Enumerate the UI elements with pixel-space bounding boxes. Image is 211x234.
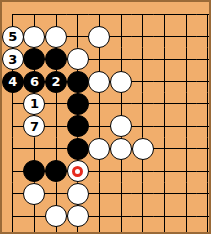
board-cell <box>175 160 197 182</box>
board-cell <box>197 70 211 92</box>
stone-white <box>110 138 132 160</box>
board-cell: 4 <box>2 70 24 92</box>
board-cell <box>2 160 24 182</box>
board-cell <box>110 160 132 182</box>
board-cell <box>154 48 176 70</box>
stone-white <box>45 26 67 48</box>
stone-white <box>88 71 110 93</box>
board-cell <box>197 115 211 137</box>
board-cell <box>197 160 211 182</box>
board-cell <box>175 25 197 47</box>
board-cell <box>67 183 89 205</box>
stone-black <box>67 115 89 137</box>
stone-black <box>67 71 89 93</box>
board-cell <box>132 48 154 70</box>
stone-black <box>45 48 67 70</box>
board-cell <box>89 115 111 137</box>
stone-black-4: 4 <box>2 71 24 93</box>
board-cell <box>24 25 46 47</box>
board-cell <box>132 160 154 182</box>
board-cell: 6 <box>24 70 46 92</box>
board-cell <box>110 138 132 160</box>
board-cell <box>67 70 89 92</box>
stone-white <box>23 26 45 48</box>
board-cell <box>110 183 132 205</box>
board-cell <box>2 138 24 160</box>
stone-white <box>88 138 110 160</box>
board-cell <box>175 138 197 160</box>
stone-white <box>67 183 89 205</box>
board-cell <box>110 205 132 227</box>
stone-white <box>88 26 110 48</box>
board-cell: 3 <box>2 48 24 70</box>
board-edge-cell <box>24 227 46 234</box>
board-cell <box>110 70 132 92</box>
board-cell <box>45 3 67 25</box>
circle-mark-icon <box>72 166 83 177</box>
board-cell <box>67 25 89 47</box>
board-cell <box>2 115 24 137</box>
board-cell <box>24 138 46 160</box>
board-cell <box>2 3 24 25</box>
board-edge-cell <box>197 227 211 234</box>
board-cell <box>132 183 154 205</box>
board-cell <box>45 138 67 160</box>
board-edge-cell <box>132 227 154 234</box>
stone-white-7: 7 <box>23 115 45 137</box>
board-cell <box>89 138 111 160</box>
board-cell <box>24 183 46 205</box>
stone-white-marked <box>67 160 89 182</box>
stone-white <box>132 138 154 160</box>
board-cell <box>175 70 197 92</box>
board-cell <box>2 205 24 227</box>
board-cell <box>175 183 197 205</box>
board-cell <box>67 205 89 227</box>
board-cell <box>45 48 67 70</box>
stone-white-5: 5 <box>2 26 24 48</box>
board-edge-cell <box>175 227 197 234</box>
board-cell <box>197 48 211 70</box>
board-cell <box>132 3 154 25</box>
board-edge-cell <box>154 227 176 234</box>
board-cell <box>110 93 132 115</box>
board-cell <box>67 93 89 115</box>
board-cell <box>197 25 211 47</box>
board-cell <box>197 3 211 25</box>
board-cell <box>175 3 197 25</box>
board-cell <box>154 138 176 160</box>
board-cell <box>132 205 154 227</box>
board-cell <box>89 183 111 205</box>
board-cell <box>132 25 154 47</box>
board-cell <box>24 205 46 227</box>
board-cell: 5 <box>2 25 24 47</box>
board-cell <box>197 183 211 205</box>
board-cell <box>154 205 176 227</box>
board-cell <box>132 93 154 115</box>
board-cell <box>154 25 176 47</box>
board-cell <box>154 183 176 205</box>
board-cell <box>67 3 89 25</box>
board-cell <box>197 205 211 227</box>
stone-black <box>67 93 89 115</box>
stone-black <box>67 138 89 160</box>
stone-black-2: 2 <box>45 71 67 93</box>
board-cell: 2 <box>45 70 67 92</box>
board-cell <box>45 205 67 227</box>
stone-white <box>67 48 89 70</box>
board-cell <box>89 25 111 47</box>
board-cell <box>45 160 67 182</box>
move-number: 7 <box>30 120 39 133</box>
board-cell <box>24 3 46 25</box>
stone-white <box>23 183 45 205</box>
board-cell <box>197 138 211 160</box>
board-cell <box>110 3 132 25</box>
board-cell <box>175 93 197 115</box>
board-cell <box>175 115 197 137</box>
board-cell <box>24 160 46 182</box>
board-edge-cell <box>67 227 89 234</box>
board-cell <box>89 48 111 70</box>
board-cell: 1 <box>24 93 46 115</box>
board-cell <box>2 93 24 115</box>
board-cell <box>154 93 176 115</box>
board-edge-cell <box>45 227 67 234</box>
move-number: 1 <box>30 97 39 110</box>
move-number: 3 <box>8 53 17 66</box>
board-cell <box>175 48 197 70</box>
board-cell: 7 <box>24 115 46 137</box>
board-cell <box>67 138 89 160</box>
board-cell <box>89 70 111 92</box>
board-cell <box>89 205 111 227</box>
move-number: 6 <box>30 75 39 88</box>
board-cell <box>132 115 154 137</box>
board-cell <box>175 205 197 227</box>
board-edge-cell <box>110 227 132 234</box>
go-diagram: 5346217 <box>0 0 211 234</box>
stone-black <box>23 48 45 70</box>
board-cell <box>45 25 67 47</box>
board-cell <box>132 70 154 92</box>
stone-white-1: 1 <box>23 93 45 115</box>
stone-black-6: 6 <box>23 71 45 93</box>
board-cell <box>110 48 132 70</box>
board-cell <box>89 93 111 115</box>
board-cell <box>67 115 89 137</box>
board-cell <box>2 183 24 205</box>
stone-white <box>67 205 89 227</box>
stone-white <box>110 115 132 137</box>
stone-white-3: 3 <box>2 48 24 70</box>
board-cell <box>89 160 111 182</box>
board-cell <box>154 115 176 137</box>
stone-black <box>45 160 67 182</box>
board-cell <box>45 93 67 115</box>
board-edge-cell <box>2 227 24 234</box>
board-cell <box>67 48 89 70</box>
board-edge-cell <box>89 227 111 234</box>
board-cell <box>45 115 67 137</box>
board-cell <box>132 138 154 160</box>
board-cell <box>154 3 176 25</box>
move-number: 2 <box>52 75 61 88</box>
move-number: 4 <box>8 75 17 88</box>
board-cell <box>154 160 176 182</box>
board-cell <box>197 93 211 115</box>
stone-white <box>45 205 67 227</box>
move-number: 5 <box>8 30 17 43</box>
go-board-grid: 5346217 <box>2 3 211 234</box>
stone-black <box>23 160 45 182</box>
board-cell <box>89 3 111 25</box>
board-cell <box>154 70 176 92</box>
board-cell <box>45 183 67 205</box>
stone-white <box>110 71 132 93</box>
board-cell <box>67 160 89 182</box>
board-cell <box>24 48 46 70</box>
board-cell <box>110 115 132 137</box>
board-cell <box>110 25 132 47</box>
